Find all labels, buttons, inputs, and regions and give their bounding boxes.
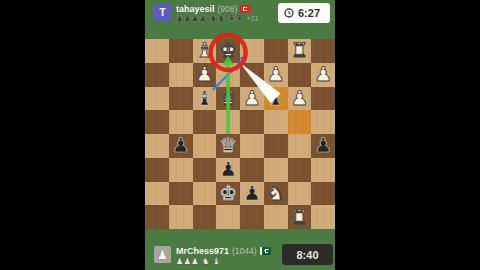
- bottom-player-avatar[interactable]: ♟: [154, 246, 171, 263]
- pillarbox-right: [335, 0, 480, 270]
- square-e6[interactable]: ♟: [216, 158, 240, 182]
- white-rook: ♜: [290, 39, 308, 62]
- square-e5[interactable]: ♛: [216, 134, 240, 158]
- chess-board: ♝♚♜♟♟♟♝♛♟♝♟♟♛♟♟♚♟♞♜: [145, 39, 335, 229]
- pakistan-flag-icon: [260, 247, 271, 255]
- white-pawn: ♟: [243, 87, 261, 110]
- square-b8[interactable]: ♜: [288, 205, 312, 229]
- black-pawn: ♟: [243, 182, 261, 205]
- square-a1[interactable]: [311, 39, 335, 63]
- square-b2[interactable]: [288, 63, 312, 87]
- square-f2[interactable]: ♟: [193, 63, 217, 87]
- square-a7[interactable]: [311, 182, 335, 206]
- top-captured-row: ♟♟♟♟ ♞♞ ♜♜ +11: [176, 14, 259, 23]
- white-pawn: ♟: [290, 87, 308, 110]
- top-player-name: tahayesil: [176, 4, 215, 14]
- square-d3[interactable]: ♟: [240, 87, 264, 111]
- white-knight: ♞: [267, 182, 285, 205]
- bottom-player-rating: (1044): [232, 246, 257, 256]
- top-clock-time: 6:27: [294, 7, 330, 19]
- square-b7[interactable]: [288, 182, 312, 206]
- square-a3[interactable]: [311, 87, 335, 111]
- square-f5[interactable]: [193, 134, 217, 158]
- square-d8[interactable]: [240, 205, 264, 229]
- square-d7[interactable]: ♟: [240, 182, 264, 206]
- square-c7[interactable]: ♞: [264, 182, 288, 206]
- square-g3[interactable]: [169, 87, 193, 111]
- square-d2[interactable]: [240, 63, 264, 87]
- square-f1[interactable]: ♝: [193, 39, 217, 63]
- square-f4[interactable]: [193, 110, 217, 134]
- square-g2[interactable]: [169, 63, 193, 87]
- top-player-clock: 6:27: [278, 3, 330, 23]
- square-c6[interactable]: [264, 158, 288, 182]
- square-g6[interactable]: [169, 158, 193, 182]
- square-f7[interactable]: [193, 182, 217, 206]
- black-bishop: ♝: [195, 87, 213, 110]
- white-pawn: ♟: [267, 63, 285, 86]
- square-h7[interactable]: [145, 182, 169, 206]
- square-b4[interactable]: [288, 110, 312, 134]
- square-b3[interactable]: ♟: [288, 87, 312, 111]
- clock-icon: [284, 8, 294, 18]
- black-pawn: ♟: [314, 134, 332, 157]
- square-g4[interactable]: [169, 110, 193, 134]
- top-player-info[interactable]: tahayesil (908): [176, 3, 251, 14]
- square-e3[interactable]: ♛: [216, 87, 240, 111]
- square-f6[interactable]: [193, 158, 217, 182]
- bottom-player-clock: 8:40: [282, 244, 333, 265]
- square-h3[interactable]: [145, 87, 169, 111]
- square-h2[interactable]: [145, 63, 169, 87]
- square-h5[interactable]: [145, 134, 169, 158]
- white-king: ♚: [219, 39, 237, 62]
- square-c5[interactable]: [264, 134, 288, 158]
- square-g7[interactable]: [169, 182, 193, 206]
- square-d1[interactable]: [240, 39, 264, 63]
- bottom-clock-time: 8:40: [296, 249, 318, 261]
- square-a4[interactable]: [311, 110, 335, 134]
- square-f3[interactable]: ♝: [193, 87, 217, 111]
- square-e7[interactable]: ♚: [216, 182, 240, 206]
- square-e2[interactable]: [216, 63, 240, 87]
- black-king: ♚: [219, 182, 237, 205]
- square-a5[interactable]: ♟: [311, 134, 335, 158]
- square-d4[interactable]: [240, 110, 264, 134]
- square-e8[interactable]: [216, 205, 240, 229]
- bottom-player-name: MrChess971: [176, 246, 229, 256]
- square-d5[interactable]: [240, 134, 264, 158]
- top-player-avatar[interactable]: T: [154, 4, 171, 21]
- square-c4[interactable]: [264, 110, 288, 134]
- avatar-pawn-glyph: ♟: [157, 248, 168, 262]
- square-a8[interactable]: [311, 205, 335, 229]
- square-c1[interactable]: [264, 39, 288, 63]
- square-d6[interactable]: [240, 158, 264, 182]
- square-a6[interactable]: [311, 158, 335, 182]
- square-b5[interactable]: [288, 134, 312, 158]
- square-b6[interactable]: [288, 158, 312, 182]
- pillarbox-left: [0, 0, 145, 270]
- white-rook: ♜: [290, 206, 308, 229]
- square-g5[interactable]: ♟: [169, 134, 193, 158]
- square-f8[interactable]: [193, 205, 217, 229]
- game-screen: T tahayesil (908) ♟♟♟♟ ♞♞ ♜♜ +11 6:27 ♝♚…: [145, 0, 335, 270]
- square-g8[interactable]: [169, 205, 193, 229]
- white-pawn: ♟: [314, 63, 332, 86]
- black-pawn: ♟: [172, 134, 190, 157]
- square-a2[interactable]: ♟: [311, 63, 335, 87]
- square-h1[interactable]: [145, 39, 169, 63]
- bottom-captured-row: ♟♟♟ ♞ ♝: [176, 257, 220, 266]
- square-h6[interactable]: [145, 158, 169, 182]
- black-queen: ♛: [219, 134, 237, 157]
- square-g1[interactable]: [169, 39, 193, 63]
- turkey-flag-icon: [240, 5, 251, 13]
- square-h4[interactable]: [145, 110, 169, 134]
- bottom-player-info[interactable]: MrChess971 (1044): [176, 245, 271, 256]
- square-c3[interactable]: ♝: [264, 87, 288, 111]
- material-advantage-badge: +11: [246, 14, 258, 23]
- square-e4[interactable]: [216, 110, 240, 134]
- square-c8[interactable]: [264, 205, 288, 229]
- white-bishop: ♝: [195, 39, 213, 62]
- square-h8[interactable]: [145, 205, 169, 229]
- top-player-rating: (908): [218, 4, 238, 14]
- top-captured-pieces: ♟♟♟♟ ♞♞ ♜♜: [176, 14, 243, 23]
- square-e1[interactable]: ♚: [216, 39, 240, 63]
- black-pawn: ♟: [219, 158, 237, 181]
- white-queen: ♛: [219, 87, 237, 110]
- square-c2[interactable]: ♟: [264, 63, 288, 87]
- bottom-captured-pieces: ♟♟♟ ♞ ♝: [176, 257, 220, 266]
- black-bishop: ♝: [267, 87, 285, 110]
- avatar-letter: T: [159, 7, 165, 18]
- square-b1[interactable]: ♜: [288, 39, 312, 63]
- white-pawn: ♟: [195, 63, 213, 86]
